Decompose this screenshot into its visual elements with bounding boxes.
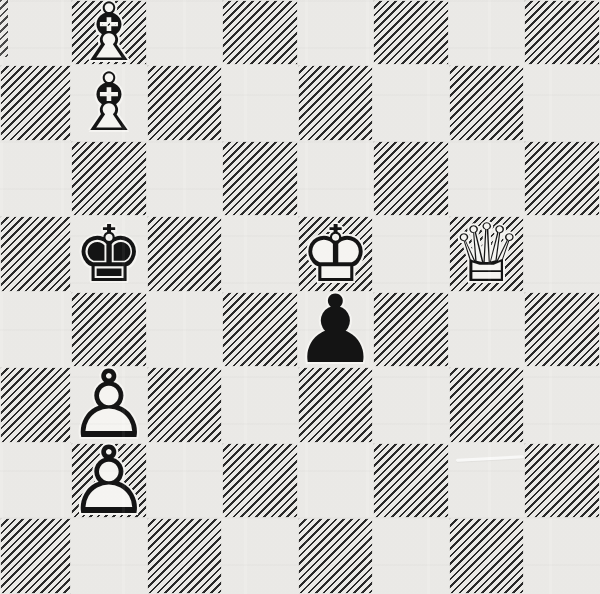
square-a6 bbox=[0, 141, 71, 217]
square-h4 bbox=[524, 292, 600, 368]
square-c4 bbox=[147, 292, 223, 368]
square-b2: ♟♙ bbox=[71, 443, 147, 519]
black-king-b5: ♚♚ bbox=[71, 216, 147, 292]
square-e8 bbox=[298, 0, 374, 65]
square-g3 bbox=[449, 367, 525, 443]
square-e2 bbox=[298, 443, 374, 519]
square-f6 bbox=[373, 141, 449, 217]
square-e6 bbox=[298, 141, 374, 217]
black-pawn-e4: ♟♟ bbox=[298, 292, 374, 368]
square-a5 bbox=[0, 216, 71, 292]
square-g8 bbox=[449, 0, 525, 65]
scan-edge-artifact bbox=[0, 0, 8, 57]
square-a4 bbox=[0, 292, 71, 368]
square-c8 bbox=[147, 0, 223, 65]
white-pawn-b2: ♟♙ bbox=[71, 443, 147, 519]
square-h5 bbox=[524, 216, 600, 292]
square-d5 bbox=[222, 216, 298, 292]
square-c7 bbox=[147, 65, 223, 141]
square-c3 bbox=[147, 367, 223, 443]
square-a3 bbox=[0, 367, 71, 443]
square-d7 bbox=[222, 65, 298, 141]
square-g5: ♛♕ bbox=[449, 216, 525, 292]
square-d1 bbox=[222, 518, 298, 594]
square-g1 bbox=[449, 518, 525, 594]
square-e7 bbox=[298, 65, 374, 141]
square-a8 bbox=[0, 0, 71, 65]
square-d8 bbox=[222, 0, 298, 65]
square-b1 bbox=[71, 518, 147, 594]
square-f5 bbox=[373, 216, 449, 292]
piece-outline-glyph: ♚ bbox=[71, 216, 147, 292]
square-d4 bbox=[222, 292, 298, 368]
square-g6 bbox=[449, 141, 525, 217]
square-f8 bbox=[373, 0, 449, 65]
square-c5 bbox=[147, 216, 223, 292]
square-a1 bbox=[0, 518, 71, 594]
square-e3 bbox=[298, 367, 374, 443]
piece-outline-glyph: ♙ bbox=[71, 443, 147, 519]
square-e1 bbox=[298, 518, 374, 594]
square-e4: ♟♟ bbox=[298, 292, 374, 368]
square-f7 bbox=[373, 65, 449, 141]
square-c6 bbox=[147, 141, 223, 217]
square-g2 bbox=[449, 443, 525, 519]
white-queen-g5: ♛♕ bbox=[449, 216, 525, 292]
square-h8 bbox=[524, 0, 600, 65]
square-g4 bbox=[449, 292, 525, 368]
piece-outline-glyph: ♟ bbox=[298, 292, 374, 368]
square-d2 bbox=[222, 443, 298, 519]
square-c2 bbox=[147, 443, 223, 519]
square-h1 bbox=[524, 518, 600, 594]
square-h6 bbox=[524, 141, 600, 217]
piece-outline-glyph: ♕ bbox=[449, 216, 525, 292]
square-f2 bbox=[373, 443, 449, 519]
square-h2 bbox=[524, 443, 600, 519]
square-c1 bbox=[147, 518, 223, 594]
square-d3 bbox=[222, 367, 298, 443]
square-a2 bbox=[0, 443, 71, 519]
square-f4 bbox=[373, 292, 449, 368]
chess-board: ♝♗♝♗♚♚♚♔♛♕♟♟♟♙♟♙ bbox=[0, 0, 600, 594]
square-b5: ♚♚ bbox=[71, 216, 147, 292]
square-h3 bbox=[524, 367, 600, 443]
square-g7 bbox=[449, 65, 525, 141]
square-b6 bbox=[71, 141, 147, 217]
square-b7: ♝♗ bbox=[71, 65, 147, 141]
square-d6 bbox=[222, 141, 298, 217]
square-f1 bbox=[373, 518, 449, 594]
square-a7 bbox=[0, 65, 71, 141]
piece-outline-glyph: ♗ bbox=[71, 65, 147, 141]
white-bishop-b7: ♝♗ bbox=[71, 65, 147, 141]
square-f3 bbox=[373, 367, 449, 443]
square-h7 bbox=[524, 65, 600, 141]
scanned-chess-diagram: ♝♗♝♗♚♚♚♔♛♕♟♟♟♙♟♙ bbox=[0, 0, 600, 594]
